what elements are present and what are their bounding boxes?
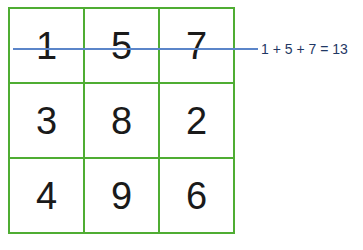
cell-r2-c2: 8: [85, 84, 158, 157]
cell-r2-c1: 3: [10, 84, 83, 157]
cell-r3-c1: 4: [10, 159, 83, 232]
cell-r1-c1: 1: [10, 9, 83, 82]
number-grid: 1 5 7 3 8 2 4 9 6: [8, 7, 235, 234]
cell-r2-c3: 2: [160, 84, 233, 157]
row-highlight-line: [13, 48, 258, 50]
cell-r3-c2: 9: [85, 159, 158, 232]
row-sum-label: 1 + 5 + 7 = 13: [261, 41, 348, 57]
diagram-canvas: 1 5 7 3 8 2 4 9 6 1 + 5 + 7 = 13: [0, 0, 363, 250]
cell-r3-c3: 6: [160, 159, 233, 232]
cell-r1-c3: 7: [160, 9, 233, 82]
cell-r1-c2: 5: [85, 9, 158, 82]
